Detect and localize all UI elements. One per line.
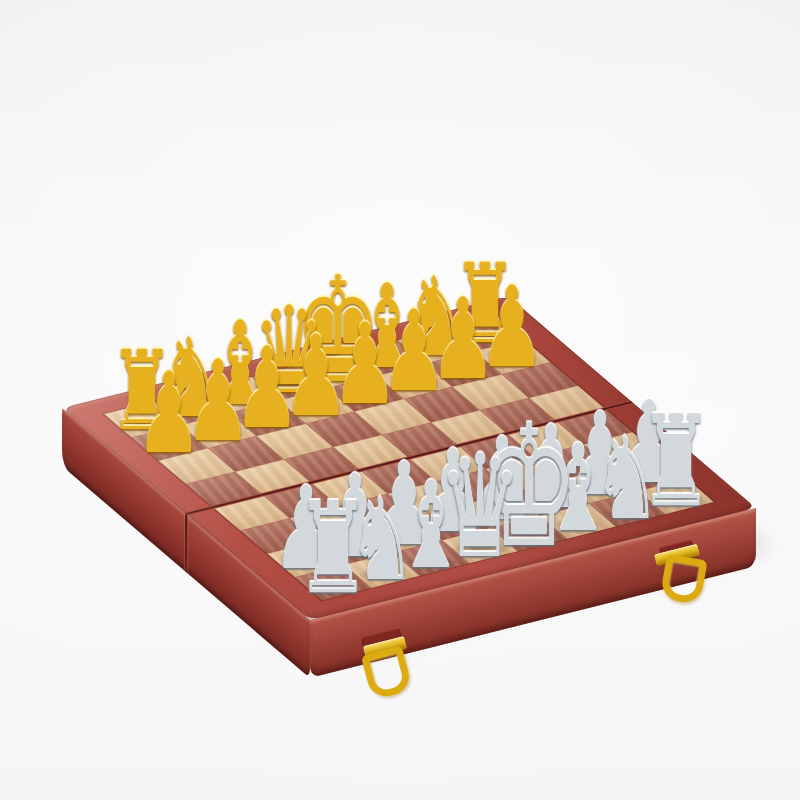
right-latch-ring [659,554,707,605]
chess-set-photo-scene: ♜♞♝♛♚♝♞♜♟♟♟♟♟♟♟♟♟♟♟♟♟♟♟♟♜♞♝♛♚♝♞♜ [0,0,800,800]
fold-seam-left-face [185,513,187,573]
